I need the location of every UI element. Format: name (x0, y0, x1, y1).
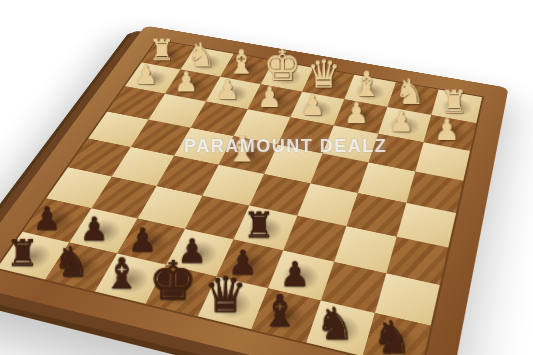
chess-board: ♜♞♝♚♛♝♞♜♟♟♟♟♟♟♟♟♝♜♟♟♟♟♟♟♜♞♝♚♛♝♞♞ (0, 40, 482, 355)
piece-white-pawn[interactable]: ♟ (300, 91, 325, 119)
piece-white-pawn[interactable]: ♟ (257, 83, 282, 111)
piece-black-king[interactable]: ♚ (148, 252, 197, 306)
square-h5[interactable] (396, 202, 455, 247)
piece-white-bishop[interactable]: ♝ (225, 130, 258, 167)
piece-black-queen[interactable]: ♛ (203, 270, 247, 319)
piece-black-bishop[interactable]: ♝ (259, 289, 298, 333)
piece-white-pawn[interactable]: ♟ (174, 68, 198, 95)
piece-white-king[interactable]: ♚ (263, 44, 301, 86)
piece-white-pawn[interactable]: ♟ (343, 99, 368, 127)
piece-black-pawn[interactable]: ♟ (32, 202, 61, 234)
square-g6[interactable] (334, 226, 397, 273)
piece-white-pawn[interactable]: ♟ (215, 76, 240, 103)
piece-black-knight[interactable]: ♞ (315, 301, 355, 346)
piece-black-rook[interactable]: ♜ (243, 207, 275, 243)
chess-board-frame: ♜♞♝♚♛♝♞♜♟♟♟♟♟♟♟♟♝♜♟♟♟♟♟♟♜♞♝♚♛♝♞♞ (0, 25, 508, 355)
piece-white-pawn[interactable]: ♟ (388, 107, 414, 136)
piece-black-rook[interactable]: ♜ (6, 234, 39, 271)
piece-black-knight[interactable]: ♞ (52, 241, 89, 283)
product-photo-canvas: ♜♞♝♚♛♝♞♜♟♟♟♟♟♟♟♟♝♜♟♟♟♟♟♟♜♞♝♚♛♝♞♞ PARAMOU… (0, 0, 533, 355)
piece-black-knight[interactable]: ♞ (371, 314, 412, 355)
piece-white-pawn[interactable]: ♟ (434, 115, 460, 144)
piece-white-queen[interactable]: ♛ (306, 55, 340, 93)
board-scene: ♜♞♝♚♛♝♞♜♟♟♟♟♟♟♟♟♝♜♟♟♟♟♟♟♜♞♝♚♛♝♞♞ (0, 0, 533, 355)
piece-white-pawn[interactable]: ♟ (133, 61, 157, 88)
piece-black-bishop[interactable]: ♝ (102, 252, 140, 294)
